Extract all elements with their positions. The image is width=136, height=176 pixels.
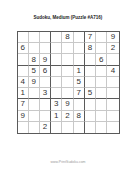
sudoku-cell-r4c5 (62, 66, 73, 77)
sudoku-cell-r7c7 (85, 99, 96, 110)
sudoku-cell-r5c8 (96, 77, 107, 88)
sudoku-cell-r9c9 (107, 122, 118, 133)
sudoku-cell-r1c1 (18, 32, 29, 43)
sudoku-cell-r6c6: 7 (74, 88, 85, 99)
sudoku-cell-r9c3: 2 (40, 122, 51, 133)
sudoku-cell-r5c9 (107, 77, 118, 88)
sudoku-cell-r9c1 (18, 122, 29, 133)
sudoku-cell-r8c6: 8 (74, 111, 85, 122)
sudoku-cell-r3c7 (85, 54, 96, 65)
footer-url: www.PrintSudoku.com (0, 160, 136, 164)
sudoku-cell-r8c7 (85, 111, 96, 122)
sudoku-cell-r5c1: 4 (18, 77, 29, 88)
sudoku-cell-r4c8 (96, 66, 107, 77)
sudoku-cell-r6c4 (51, 88, 62, 99)
sudoku-cell-r1c4 (51, 32, 62, 43)
sudoku-cell-r9c7 (85, 122, 96, 133)
sudoku-cell-r1c7: 7 (85, 32, 96, 43)
sudoku-cell-r8c2 (29, 111, 40, 122)
sudoku-cell-r2c3 (40, 43, 51, 54)
sudoku-cell-r8c3 (40, 111, 51, 122)
sudoku-cell-r7c5: 9 (62, 99, 73, 110)
sudoku-cell-r2c1: 6 (18, 43, 29, 54)
sudoku-cell-r7c3 (40, 99, 51, 110)
sudoku-cell-r2c4 (51, 43, 62, 54)
sudoku-cell-r1c6 (74, 32, 85, 43)
sudoku-cell-r6c2 (29, 88, 40, 99)
sudoku-cell-r5c7 (85, 77, 96, 88)
sudoku-cell-r3c6 (74, 54, 85, 65)
sudoku-cell-r4c4 (51, 66, 62, 77)
sudoku-cell-r7c8 (96, 99, 107, 110)
sudoku-cell-r2c6 (74, 43, 85, 54)
sudoku-cell-r1c8 (96, 32, 107, 43)
sudoku-cell-r6c7: 5 (85, 88, 96, 99)
sudoku-grid: 8796828965614495137573991282 (17, 31, 120, 134)
sudoku-cell-r4c2: 5 (29, 66, 40, 77)
sudoku-cell-r1c3 (40, 32, 51, 43)
page-root: { "page": { "title": "Sudoku, Medium (Pu… (0, 0, 136, 176)
sudoku-cell-r1c2 (29, 32, 40, 43)
sudoku-cell-r4c6: 1 (74, 66, 85, 77)
sudoku-cell-r2c9: 2 (107, 43, 118, 54)
sudoku-cell-r3c1 (18, 54, 29, 65)
sudoku-cell-r6c1: 1 (18, 88, 29, 99)
sudoku-cell-r5c5 (62, 77, 73, 88)
sudoku-cell-r5c3 (40, 77, 51, 88)
sudoku-cell-r4c7 (85, 66, 96, 77)
sudoku-cell-r6c8 (96, 88, 107, 99)
sudoku-cell-r9c2 (29, 122, 40, 133)
sudoku-cell-r9c4 (51, 122, 62, 133)
sudoku-cell-r7c1: 7 (18, 99, 29, 110)
sudoku-cell-r3c8: 6 (96, 54, 107, 65)
sudoku-cell-r6c3: 3 (40, 88, 51, 99)
sudoku-cell-r5c2: 9 (29, 77, 40, 88)
sudoku-cell-r6c5 (62, 88, 73, 99)
sudoku-cell-r4c9: 4 (107, 66, 118, 77)
sudoku-cell-r4c1 (18, 66, 29, 77)
sudoku-cell-r5c6: 5 (74, 77, 85, 88)
sudoku-cell-r7c4: 3 (51, 99, 62, 110)
sudoku-cell-r6c9 (107, 88, 118, 99)
sudoku-cell-r9c8 (96, 122, 107, 133)
sudoku-cell-r8c1: 9 (18, 111, 29, 122)
sudoku-cell-r3c9 (107, 54, 118, 65)
sudoku-cell-r2c8 (96, 43, 107, 54)
sudoku-cell-r5c4 (51, 77, 62, 88)
sudoku-cell-r7c6 (74, 99, 85, 110)
sudoku-cell-r8c5: 2 (62, 111, 73, 122)
sudoku-cell-r3c4 (51, 54, 62, 65)
sudoku-cell-r3c5 (62, 54, 73, 65)
sudoku-cell-r1c9: 9 (107, 32, 118, 43)
sudoku-cell-r2c7: 8 (85, 43, 96, 54)
sudoku-cell-r1c5: 8 (62, 32, 73, 43)
sudoku-cell-r4c3: 6 (40, 66, 51, 77)
sudoku-cell-r7c2 (29, 99, 40, 110)
sudoku-cell-r7c9 (107, 99, 118, 110)
puzzle-title: Sudoku, Medium (Puzzle #A716) (0, 15, 136, 20)
sudoku-cell-r2c2 (29, 43, 40, 54)
sudoku-cell-r8c4: 1 (51, 111, 62, 122)
sudoku-cell-r3c2: 8 (29, 54, 40, 65)
sudoku-cell-r3c3: 9 (40, 54, 51, 65)
sudoku-cell-r9c5 (62, 122, 73, 133)
sudoku-cell-r8c9 (107, 111, 118, 122)
sudoku-cell-r8c8 (96, 111, 107, 122)
sudoku-cell-r2c5 (62, 43, 73, 54)
sudoku-cell-r9c6 (74, 122, 85, 133)
